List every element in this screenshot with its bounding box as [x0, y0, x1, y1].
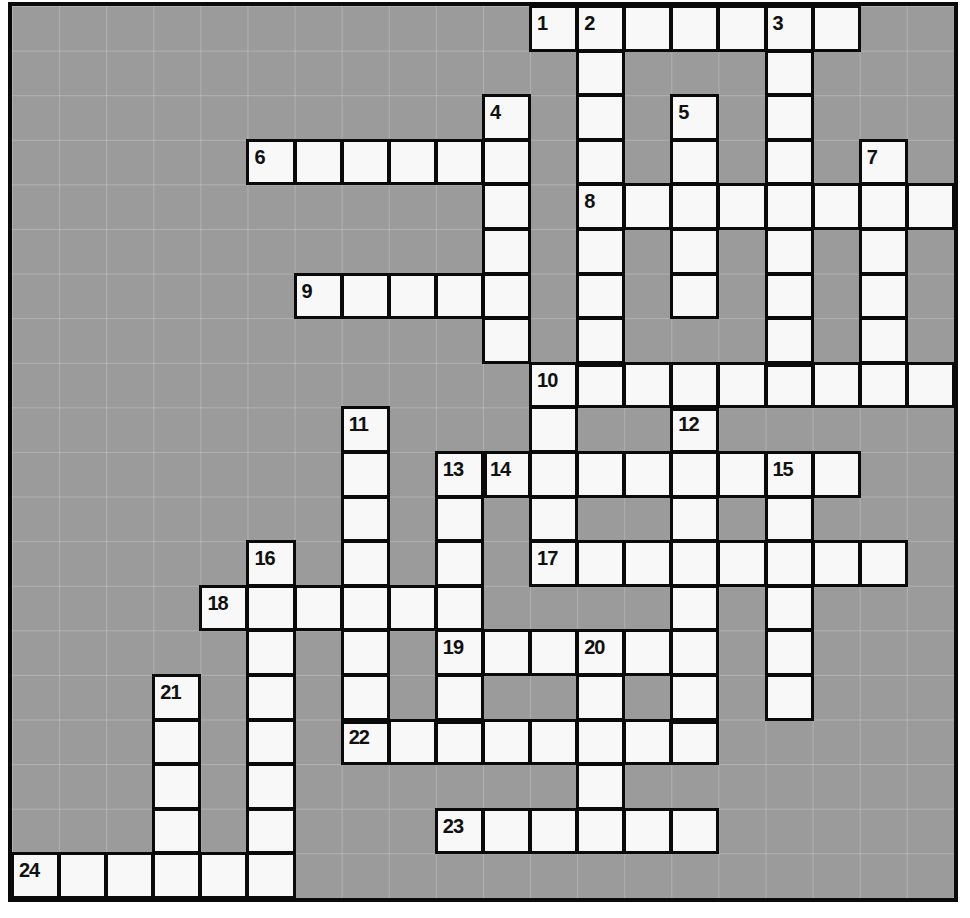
cell-c12-r12[interactable] [577, 541, 624, 586]
cell-c19-r8[interactable] [907, 363, 954, 408]
clue-number-20: 20 [584, 637, 604, 657]
cell-c14-r11[interactable] [671, 497, 718, 542]
clue-number-19: 19 [443, 637, 463, 657]
cell-c10-r10[interactable]: 14 [483, 452, 530, 497]
cell-c7-r3[interactable] [342, 140, 389, 185]
cell-c9-r15[interactable] [436, 675, 483, 720]
cell-c18-r3[interactable]: 7 [860, 140, 907, 185]
cell-c17-r10[interactable] [813, 452, 860, 497]
cell-c5-r17[interactable] [247, 764, 294, 809]
cell-c14-r16[interactable] [671, 720, 718, 765]
cell-c12-r3[interactable] [577, 140, 624, 185]
cell-c16-r2[interactable] [766, 95, 813, 140]
cell-c12-r0[interactable]: 2 [577, 6, 624, 51]
cell-c10-r16[interactable] [483, 720, 530, 765]
cell-c16-r6[interactable] [766, 274, 813, 319]
clue-number-21: 21 [160, 682, 180, 702]
cell-c7-r10[interactable] [342, 452, 389, 497]
clue-number-7: 7 [867, 147, 877, 167]
cell-c18-r7[interactable] [860, 318, 907, 363]
clue-number-23: 23 [443, 816, 463, 836]
cell-c14-r12[interactable] [671, 541, 718, 586]
cell-c17-r12[interactable] [813, 541, 860, 586]
cell-c7-r15[interactable] [342, 675, 389, 720]
cell-c18-r6[interactable] [860, 274, 907, 319]
cell-c10-r2[interactable]: 4 [483, 95, 530, 140]
cell-c7-r9[interactable]: 11 [342, 407, 389, 452]
cell-c13-r12[interactable] [624, 541, 671, 586]
cell-c18-r12[interactable] [860, 541, 907, 586]
cell-c14-r2[interactable]: 5 [671, 95, 718, 140]
cell-c5-r13[interactable] [247, 586, 294, 631]
cell-c12-r4[interactable]: 8 [577, 184, 624, 229]
cell-c18-r4[interactable] [860, 184, 907, 229]
cell-c3-r19[interactable] [153, 853, 200, 898]
clue-number-9: 9 [302, 281, 312, 301]
cell-c0-r19[interactable]: 24 [12, 853, 59, 898]
cell-c11-r11[interactable] [530, 497, 577, 542]
cell-c13-r16[interactable] [624, 720, 671, 765]
cell-c7-r6[interactable] [342, 274, 389, 319]
cell-c9-r12[interactable] [436, 541, 483, 586]
cell-c10-r5[interactable] [483, 229, 530, 274]
cell-c12-r10[interactable] [577, 452, 624, 497]
cell-c5-r15[interactable] [247, 675, 294, 720]
cell-c16-r4[interactable] [766, 184, 813, 229]
cell-c16-r15[interactable] [766, 675, 813, 720]
cell-c5-r18[interactable] [247, 809, 294, 854]
cell-c11-r14[interactable] [530, 630, 577, 675]
clue-number-1: 1 [537, 13, 547, 33]
cell-c14-r14[interactable] [671, 630, 718, 675]
cell-c13-r4[interactable] [624, 184, 671, 229]
clue-number-13: 13 [443, 459, 463, 479]
cell-c8-r16[interactable] [389, 720, 436, 765]
cell-c6-r3[interactable] [295, 140, 342, 185]
cell-c16-r14[interactable] [766, 630, 813, 675]
clue-number-16: 16 [254, 548, 274, 568]
cell-c16-r1[interactable] [766, 51, 813, 96]
clue-number-14: 14 [490, 459, 510, 479]
cell-c14-r6[interactable] [671, 274, 718, 319]
cell-c9-r6[interactable] [436, 274, 483, 319]
cell-c10-r7[interactable] [483, 318, 530, 363]
cell-c10-r14[interactable] [483, 630, 530, 675]
cell-c4-r19[interactable] [200, 853, 247, 898]
cell-c14-r4[interactable] [671, 184, 718, 229]
cell-c15-r4[interactable] [718, 184, 765, 229]
cell-c8-r3[interactable] [389, 140, 436, 185]
cell-c13-r10[interactable] [624, 452, 671, 497]
cell-c6-r13[interactable] [295, 586, 342, 631]
cell-c3-r18[interactable] [153, 809, 200, 854]
clue-number-22: 22 [349, 727, 369, 747]
cell-c14-r18[interactable] [671, 809, 718, 854]
cell-c12-r17[interactable] [577, 764, 624, 809]
cell-c15-r12[interactable] [718, 541, 765, 586]
cell-c7-r11[interactable] [342, 497, 389, 542]
cell-c10-r18[interactable] [483, 809, 530, 854]
cell-c1-r19[interactable] [59, 853, 106, 898]
cell-c13-r8[interactable] [624, 363, 671, 408]
cell-c12-r8[interactable] [577, 363, 624, 408]
cell-c16-r0[interactable]: 3 [766, 6, 813, 51]
cell-c14-r15[interactable] [671, 675, 718, 720]
clue-number-18: 18 [207, 593, 227, 613]
cell-c16-r7[interactable] [766, 318, 813, 363]
cell-c17-r0[interactable] [813, 6, 860, 51]
cell-c11-r12[interactable]: 17 [530, 541, 577, 586]
cell-c12-r2[interactable] [577, 95, 624, 140]
cell-c9-r10[interactable]: 13 [436, 452, 483, 497]
cell-c16-r13[interactable] [766, 586, 813, 631]
cell-c13-r0[interactable] [624, 6, 671, 51]
cell-c11-r10[interactable] [530, 452, 577, 497]
cell-c5-r16[interactable] [247, 720, 294, 765]
cell-c10-r6[interactable] [483, 274, 530, 319]
cell-c13-r14[interactable] [624, 630, 671, 675]
cell-c15-r8[interactable] [718, 363, 765, 408]
cell-c12-r15[interactable] [577, 675, 624, 720]
cell-c7-r16[interactable]: 22 [342, 720, 389, 765]
cell-c9-r11[interactable] [436, 497, 483, 542]
cell-c9-r13[interactable] [436, 586, 483, 631]
cell-c16-r12[interactable] [766, 541, 813, 586]
cell-c16-r8[interactable] [766, 363, 813, 408]
cell-c12-r5[interactable] [577, 229, 624, 274]
cell-c12-r7[interactable] [577, 318, 624, 363]
cell-c17-r8[interactable] [813, 363, 860, 408]
page: 123456789101112131415161718192021222324 [0, 0, 970, 918]
cell-c10-r3[interactable] [483, 140, 530, 185]
clue-number-10: 10 [537, 370, 557, 390]
clue-number-6: 6 [254, 147, 264, 167]
cell-c7-r13[interactable] [342, 586, 389, 631]
cell-c11-r9[interactable] [530, 407, 577, 452]
crossword-board: 123456789101112131415161718192021222324 [8, 2, 958, 902]
cell-c3-r17[interactable] [153, 764, 200, 809]
cell-c18-r8[interactable] [860, 363, 907, 408]
cell-c12-r14[interactable]: 20 [577, 630, 624, 675]
cell-c19-r4[interactable] [907, 184, 954, 229]
cell-c14-r9[interactable]: 12 [671, 407, 718, 452]
cell-c15-r0[interactable] [718, 6, 765, 51]
cell-c16-r3[interactable] [766, 140, 813, 185]
cell-c8-r6[interactable] [389, 274, 436, 319]
clue-number-24: 24 [19, 860, 39, 880]
cell-c15-r10[interactable] [718, 452, 765, 497]
cell-c14-r5[interactable] [671, 229, 718, 274]
cell-c6-r6[interactable]: 9 [295, 274, 342, 319]
cell-c3-r16[interactable] [153, 720, 200, 765]
cell-c2-r19[interactable] [106, 853, 153, 898]
cell-c5-r12[interactable]: 16 [247, 541, 294, 586]
cell-c7-r14[interactable] [342, 630, 389, 675]
cell-c5-r14[interactable] [247, 630, 294, 675]
cell-c12-r16[interactable] [577, 720, 624, 765]
cell-c10-r4[interactable] [483, 184, 530, 229]
cell-c5-r3[interactable]: 6 [247, 140, 294, 185]
cell-c9-r14[interactable]: 19 [436, 630, 483, 675]
cell-c7-r12[interactable] [342, 541, 389, 586]
clue-number-11: 11 [349, 414, 368, 434]
clue-number-12: 12 [678, 414, 698, 434]
cell-c11-r8[interactable]: 10 [530, 363, 577, 408]
cell-c16-r11[interactable] [766, 497, 813, 542]
clue-number-8: 8 [584, 191, 594, 211]
cell-c12-r1[interactable] [577, 51, 624, 96]
clue-number-5: 5 [678, 102, 688, 122]
cell-c3-r15[interactable]: 21 [153, 675, 200, 720]
cell-c17-r4[interactable] [813, 184, 860, 229]
cell-c9-r3[interactable] [436, 140, 483, 185]
cell-c9-r16[interactable] [436, 720, 483, 765]
cell-c14-r10[interactable] [671, 452, 718, 497]
cell-c18-r5[interactable] [860, 229, 907, 274]
cell-c12-r18[interactable] [577, 809, 624, 854]
clue-number-2: 2 [584, 13, 594, 33]
clue-number-3: 3 [773, 13, 783, 33]
cell-c8-r13[interactable] [389, 586, 436, 631]
cell-c9-r18[interactable]: 23 [436, 809, 483, 854]
clue-number-4: 4 [490, 102, 500, 122]
cell-c13-r18[interactable] [624, 809, 671, 854]
cell-c14-r3[interactable] [671, 140, 718, 185]
cell-c14-r13[interactable] [671, 586, 718, 631]
cell-c16-r10[interactable]: 15 [766, 452, 813, 497]
cell-c11-r16[interactable] [530, 720, 577, 765]
clue-number-15: 15 [773, 459, 793, 479]
cell-c11-r0[interactable]: 1 [530, 6, 577, 51]
clue-number-17: 17 [537, 548, 557, 568]
cell-c14-r8[interactable] [671, 363, 718, 408]
cell-c12-r6[interactable] [577, 274, 624, 319]
cell-c5-r19[interactable] [247, 853, 294, 898]
cell-c4-r13[interactable]: 18 [200, 586, 247, 631]
cell-c14-r0[interactable] [671, 6, 718, 51]
cell-c16-r5[interactable] [766, 229, 813, 274]
cell-c11-r18[interactable] [530, 809, 577, 854]
